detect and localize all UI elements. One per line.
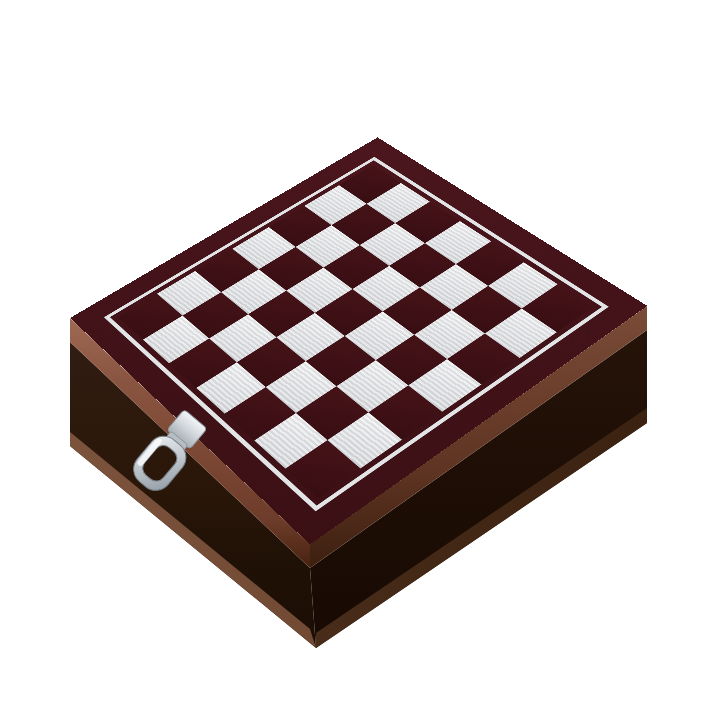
clasp-highlight — [136, 437, 162, 467]
chess-box-product-photo — [0, 0, 720, 720]
metal-clasp — [133, 408, 229, 518]
